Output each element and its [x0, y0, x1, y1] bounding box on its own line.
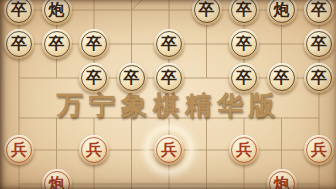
piece-character: 炮 — [49, 176, 65, 189]
piece-black-soldier[interactable]: 卒 — [154, 29, 184, 59]
piece-black-soldier[interactable]: 卒 — [304, 63, 334, 93]
xiangqi-board[interactable]: 万宁象棋精华版 卒炮卒卒炮卒卒卒卒卒卒卒卒卒卒卒卒卒兵兵兵兵兵炮炮 — [0, 0, 336, 189]
piece-black-soldier[interactable]: 卒 — [79, 63, 109, 93]
piece-character: 卒 — [86, 36, 102, 52]
piece-character: 卒 — [11, 36, 27, 52]
piece-character: 兵 — [161, 142, 177, 158]
piece-character: 卒 — [11, 2, 27, 18]
piece-character: 卒 — [86, 70, 102, 86]
piece-character: 卒 — [161, 36, 177, 52]
piece-character: 兵 — [236, 142, 252, 158]
piece-black-soldier[interactable]: 卒 — [304, 29, 334, 59]
piece-black-soldier[interactable]: 卒 — [117, 63, 147, 93]
piece-character: 兵 — [86, 142, 102, 158]
piece-character: 炮 — [274, 176, 290, 189]
piece-red-cannon[interactable]: 炮 — [42, 169, 72, 189]
piece-character: 卒 — [274, 70, 290, 86]
piece-character: 卒 — [124, 70, 140, 86]
piece-character: 卒 — [236, 70, 252, 86]
piece-black-soldier[interactable]: 卒 — [4, 29, 34, 59]
piece-character: 兵 — [311, 142, 327, 158]
piece-black-soldier[interactable]: 卒 — [229, 63, 259, 93]
piece-red-soldier[interactable]: 兵 — [4, 135, 34, 165]
piece-character: 卒 — [49, 36, 65, 52]
piece-black-soldier[interactable]: 卒 — [229, 29, 259, 59]
watermark-text: 万宁象棋精华版 — [57, 88, 281, 123]
piece-red-soldier[interactable]: 兵 — [229, 135, 259, 165]
piece-character: 兵 — [11, 142, 27, 158]
piece-red-soldier[interactable]: 兵 — [304, 135, 334, 165]
piece-character: 卒 — [161, 70, 177, 86]
piece-character: 卒 — [311, 2, 327, 18]
piece-character: 卒 — [311, 70, 327, 86]
piece-character: 卒 — [311, 36, 327, 52]
piece-character: 卒 — [236, 2, 252, 18]
piece-black-soldier[interactable]: 卒 — [267, 63, 297, 93]
piece-character: 炮 — [274, 2, 290, 18]
piece-black-soldier[interactable]: 卒 — [79, 29, 109, 59]
piece-character: 卒 — [236, 36, 252, 52]
piece-character: 炮 — [49, 2, 65, 18]
piece-character: 卒 — [199, 2, 215, 18]
piece-black-soldier[interactable]: 卒 — [42, 29, 72, 59]
piece-red-soldier[interactable]: 兵 — [154, 135, 184, 165]
piece-black-soldier[interactable]: 卒 — [154, 63, 184, 93]
piece-red-soldier[interactable]: 兵 — [79, 135, 109, 165]
piece-red-cannon[interactable]: 炮 — [267, 169, 297, 189]
